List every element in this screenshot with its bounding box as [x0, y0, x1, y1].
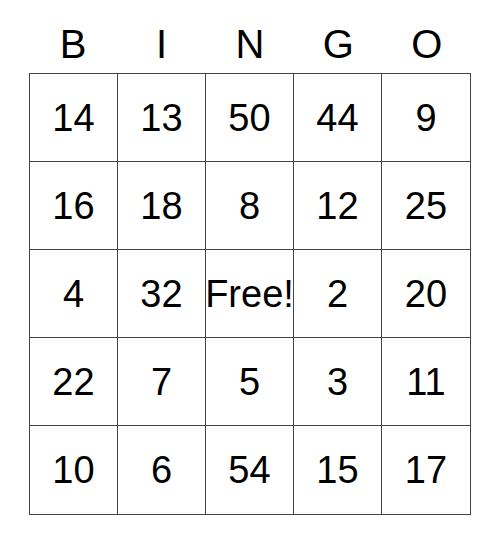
cell-r2c4[interactable]: 12 — [294, 162, 382, 250]
cell-r5c2[interactable]: 6 — [118, 426, 206, 514]
cell-r5c4[interactable]: 15 — [294, 426, 382, 514]
cell-r5c3[interactable]: 54 — [206, 426, 294, 514]
cell-r4c2[interactable]: 7 — [118, 338, 206, 426]
cell-r1c5[interactable]: 9 — [382, 74, 470, 162]
cell-r3c1[interactable]: 4 — [30, 250, 118, 338]
header-letter-n: N — [206, 0, 294, 73]
cell-r4c3[interactable]: 5 — [206, 338, 294, 426]
cell-r3c2[interactable]: 32 — [118, 250, 206, 338]
bingo-board: 14 13 50 44 9 16 18 8 12 25 4 32 Free! 2… — [29, 73, 471, 515]
cell-r2c1[interactable]: 16 — [30, 162, 118, 250]
cell-r2c5[interactable]: 25 — [382, 162, 470, 250]
header-letter-g: G — [294, 0, 382, 73]
cell-r1c4[interactable]: 44 — [294, 74, 382, 162]
cell-r4c5[interactable]: 11 — [382, 338, 470, 426]
cell-r2c3[interactable]: 8 — [206, 162, 294, 250]
cell-r4c1[interactable]: 22 — [30, 338, 118, 426]
cell-r5c5[interactable]: 17 — [382, 426, 470, 514]
cell-r2c2[interactable]: 18 — [118, 162, 206, 250]
bingo-card: B I N G O 14 13 50 44 9 16 18 8 12 25 4 … — [29, 0, 471, 515]
cell-r3c5[interactable]: 20 — [382, 250, 470, 338]
header-letter-o: O — [383, 0, 471, 73]
header-letter-i: I — [117, 0, 205, 73]
bingo-header: B I N G O — [29, 0, 471, 73]
cell-r1c1[interactable]: 14 — [30, 74, 118, 162]
cell-r5c1[interactable]: 10 — [30, 426, 118, 514]
header-letter-b: B — [29, 0, 117, 73]
cell-r4c4[interactable]: 3 — [294, 338, 382, 426]
cell-r1c2[interactable]: 13 — [118, 74, 206, 162]
free-cell[interactable]: Free! — [206, 250, 294, 338]
cell-r1c3[interactable]: 50 — [206, 74, 294, 162]
cell-r3c4[interactable]: 2 — [294, 250, 382, 338]
